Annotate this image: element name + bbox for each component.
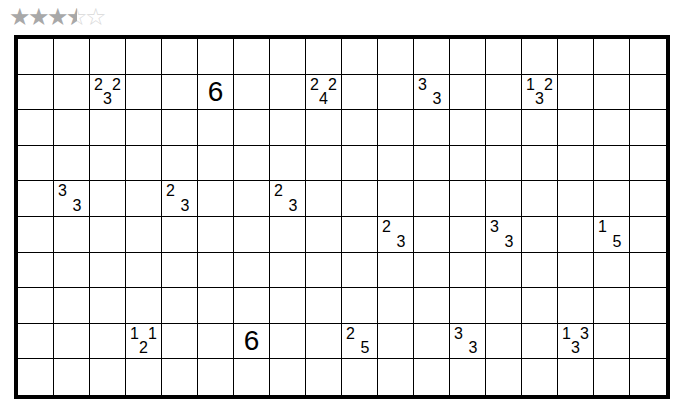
clue-cell: 33 (414, 75, 450, 111)
clue-number: 3 (397, 234, 406, 250)
grid-cell[interactable] (234, 75, 270, 111)
clue-number: 1 (598, 219, 607, 235)
grid-cell[interactable] (486, 288, 522, 324)
grid-cell[interactable] (54, 324, 90, 360)
grid-cell[interactable] (594, 39, 630, 75)
clue-cell: 23 (270, 181, 306, 217)
clue-number: 3 (490, 219, 499, 235)
grid-cell[interactable] (18, 288, 54, 324)
grid-cell[interactable] (522, 324, 558, 360)
grid-cell[interactable] (558, 110, 594, 146)
grid-cell[interactable] (558, 39, 594, 75)
difficulty-rating: ★★★☆★☆ (9, 2, 104, 30)
star-half-icon: ☆★ (66, 3, 85, 30)
grid-cell[interactable] (594, 75, 630, 111)
clue-cell: 6 (198, 75, 234, 111)
grid-cell[interactable] (306, 146, 342, 182)
grid-cell[interactable] (342, 39, 378, 75)
clue-number: 2 (382, 219, 391, 235)
grid-cell[interactable] (90, 217, 126, 253)
grid-cell[interactable] (414, 181, 450, 217)
grid-cell[interactable] (594, 288, 630, 324)
clue-number: 3 (73, 198, 82, 214)
clue-number: 5 (361, 340, 370, 356)
clue-cell: 123 (522, 75, 558, 111)
grid-cell[interactable] (522, 146, 558, 182)
clue-number: 2 (310, 77, 319, 93)
grid-cell[interactable] (18, 217, 54, 253)
clue-number: 3 (418, 77, 427, 93)
grid-cell[interactable] (270, 39, 306, 75)
clue-cell: 23 (378, 217, 414, 253)
clue-number: 3 (535, 91, 544, 107)
grid-cell[interactable] (270, 75, 306, 111)
grid-cell[interactable] (54, 253, 90, 289)
clue-number: 3 (580, 326, 589, 342)
grid-cell[interactable] (486, 324, 522, 360)
grid-cell[interactable] (450, 288, 486, 324)
grid-cell[interactable] (306, 39, 342, 75)
clue-number: 3 (454, 326, 463, 342)
grid-cell[interactable] (126, 217, 162, 253)
grid-cell[interactable] (198, 181, 234, 217)
grid-cell[interactable] (378, 288, 414, 324)
star-full-icon: ★ (28, 3, 47, 30)
grid-cell[interactable] (342, 288, 378, 324)
grid-cell[interactable] (558, 359, 594, 395)
grid-cell[interactable] (234, 288, 270, 324)
grid-cell[interactable] (162, 288, 198, 324)
clue-cell: 23 (162, 181, 198, 217)
grid-cell[interactable] (450, 146, 486, 182)
grid-cell[interactable] (414, 217, 450, 253)
grid-cell[interactable] (378, 39, 414, 75)
grid-cell[interactable] (270, 217, 306, 253)
star-empty-icon: ☆ (85, 3, 104, 30)
grid-cell[interactable] (306, 181, 342, 217)
clue-number: 1 (148, 326, 157, 342)
grid-cell[interactable] (522, 181, 558, 217)
grid-cell[interactable] (594, 146, 630, 182)
clue-number: 2 (94, 77, 103, 93)
grid-cell[interactable] (414, 253, 450, 289)
grid-cell[interactable] (414, 146, 450, 182)
grid-cell[interactable] (450, 217, 486, 253)
grid-cell[interactable] (198, 324, 234, 360)
grid-cell[interactable] (18, 181, 54, 217)
grid-cell[interactable] (378, 253, 414, 289)
grid-cell[interactable] (558, 75, 594, 111)
grid-cell[interactable] (54, 110, 90, 146)
grid-cell[interactable] (18, 253, 54, 289)
clue-number: 3 (103, 91, 112, 107)
grid-cell[interactable] (18, 110, 54, 146)
grid-cell[interactable] (486, 110, 522, 146)
grid-cell[interactable] (90, 324, 126, 360)
grid-cell[interactable] (270, 288, 306, 324)
grid-cell[interactable] (486, 39, 522, 75)
grid-cell[interactable] (54, 359, 90, 395)
grid-cell[interactable] (594, 110, 630, 146)
grid-cell[interactable] (90, 39, 126, 75)
grid-cell[interactable] (630, 288, 666, 324)
clue-number: 3 (58, 183, 67, 199)
grid-cell[interactable] (234, 253, 270, 289)
grid-cell[interactable] (198, 217, 234, 253)
grid-cell[interactable] (198, 359, 234, 395)
grid-cell[interactable] (234, 217, 270, 253)
grid-cell[interactable] (162, 253, 198, 289)
grid-cell[interactable] (54, 288, 90, 324)
grid-cell[interactable] (594, 359, 630, 395)
grid-cell[interactable] (306, 253, 342, 289)
grid-cell[interactable] (306, 110, 342, 146)
grid-cell[interactable] (126, 181, 162, 217)
clue-cell: 6 (234, 324, 270, 360)
grid-cell[interactable] (630, 110, 666, 146)
grid-cell[interactable] (558, 253, 594, 289)
grid-cell[interactable] (630, 217, 666, 253)
grid-cell[interactable] (414, 39, 450, 75)
clue-number: 6 (198, 75, 233, 110)
grid-cell[interactable] (198, 288, 234, 324)
grid-cell[interactable] (414, 110, 450, 146)
clue-cell: 112 (126, 324, 162, 360)
clue-number: 3 (433, 91, 442, 107)
grid-cell[interactable] (522, 39, 558, 75)
grid-cell[interactable] (630, 39, 666, 75)
grid-cell[interactable] (486, 146, 522, 182)
clue-number: 4 (319, 91, 328, 107)
grid-cell[interactable] (54, 217, 90, 253)
grid-cell[interactable] (234, 359, 270, 395)
grid-cell[interactable] (126, 359, 162, 395)
grid-cell[interactable] (126, 110, 162, 146)
clue-number: 1 (526, 77, 535, 93)
tapa-board: 22362243312333232323331511262533133 (14, 35, 670, 399)
clue-number: 2 (139, 340, 148, 356)
grid-cell[interactable] (594, 324, 630, 360)
grid-cell[interactable] (522, 288, 558, 324)
grid-cell[interactable] (342, 181, 378, 217)
clue-number: 3 (181, 198, 190, 214)
grid-cell[interactable] (558, 288, 594, 324)
grid-cell[interactable] (306, 217, 342, 253)
clue-number: 2 (544, 77, 553, 93)
grid-cell[interactable] (630, 324, 666, 360)
grid-cell[interactable] (90, 110, 126, 146)
grid-cell[interactable] (162, 110, 198, 146)
grid-cell[interactable] (342, 75, 378, 111)
grid-cell[interactable] (450, 110, 486, 146)
grid-cell[interactable] (450, 39, 486, 75)
grid-cell[interactable] (270, 110, 306, 146)
grid-cell[interactable] (54, 39, 90, 75)
grid-cell[interactable] (270, 324, 306, 360)
grid-cell[interactable] (18, 146, 54, 182)
grid-cell[interactable] (126, 288, 162, 324)
grid-cell[interactable] (198, 39, 234, 75)
grid-cell[interactable] (198, 253, 234, 289)
grid-cell[interactable] (486, 75, 522, 111)
grid-cell[interactable] (378, 146, 414, 182)
grid-cell[interactable] (630, 359, 666, 395)
grid-cell[interactable] (342, 359, 378, 395)
grid-cell[interactable] (414, 288, 450, 324)
grid-cell[interactable] (378, 181, 414, 217)
grid-cell[interactable] (162, 359, 198, 395)
grid-cell[interactable] (90, 181, 126, 217)
grid-cell[interactable] (90, 146, 126, 182)
grid-cell[interactable] (90, 253, 126, 289)
grid-cell[interactable] (270, 253, 306, 289)
clue-cell: 15 (594, 217, 630, 253)
grid-cell[interactable] (450, 253, 486, 289)
grid-cell[interactable] (306, 324, 342, 360)
grid-cell[interactable] (378, 324, 414, 360)
grid-cell[interactable] (18, 75, 54, 111)
grid-cell[interactable] (90, 359, 126, 395)
grid-cell[interactable] (270, 359, 306, 395)
grid-cell[interactable] (630, 253, 666, 289)
grid-cell[interactable] (162, 75, 198, 111)
clue-number: 3 (469, 340, 478, 356)
clue-number: 1 (130, 326, 139, 342)
grid-cell[interactable] (234, 39, 270, 75)
grid-cell[interactable] (126, 253, 162, 289)
grid-cell[interactable] (234, 146, 270, 182)
grid-cell[interactable] (414, 359, 450, 395)
grid-cell[interactable] (378, 359, 414, 395)
clue-number: 2 (346, 326, 355, 342)
grid-cell[interactable] (234, 110, 270, 146)
grid-cell[interactable] (198, 146, 234, 182)
grid-cell[interactable] (18, 39, 54, 75)
grid-cell[interactable] (306, 359, 342, 395)
grid-cell[interactable] (234, 181, 270, 217)
grid-cell[interactable] (558, 146, 594, 182)
grid-cell[interactable] (342, 253, 378, 289)
clue-cell: 224 (306, 75, 342, 111)
grid-cell[interactable] (54, 75, 90, 111)
grid-cell[interactable] (558, 181, 594, 217)
grid-cell[interactable] (162, 217, 198, 253)
grid-cell[interactable] (162, 324, 198, 360)
clue-number: 2 (112, 77, 121, 93)
clue-number: 3 (571, 340, 580, 356)
grid-cell[interactable] (414, 324, 450, 360)
grid-cell[interactable] (342, 110, 378, 146)
grid-cell[interactable] (126, 146, 162, 182)
grid-cell[interactable] (18, 359, 54, 395)
grid-cell[interactable] (162, 39, 198, 75)
grid-cell[interactable] (630, 75, 666, 111)
star-full-icon: ★ (47, 3, 66, 30)
clue-number: 3 (289, 198, 298, 214)
clue-cell: 33 (486, 217, 522, 253)
grid-cell[interactable] (198, 110, 234, 146)
grid-cell[interactable] (450, 75, 486, 111)
grid-cell[interactable] (126, 75, 162, 111)
grid-cell[interactable] (306, 288, 342, 324)
grid-cell[interactable] (522, 253, 558, 289)
grid-cell[interactable] (90, 288, 126, 324)
grid-cell[interactable] (450, 181, 486, 217)
clue-cell: 33 (54, 181, 90, 217)
star-half-fill: ★ (66, 3, 77, 30)
clue-number: 1 (562, 326, 571, 342)
grid-cell[interactable] (486, 181, 522, 217)
clue-cell: 223 (90, 75, 126, 111)
grid-cell[interactable] (378, 75, 414, 111)
clue-cell: 33 (450, 324, 486, 360)
grid-cell[interactable] (522, 359, 558, 395)
grid-cell[interactable] (126, 39, 162, 75)
grid-cell[interactable] (54, 146, 90, 182)
grid-cell[interactable] (522, 110, 558, 146)
grid-cell[interactable] (522, 217, 558, 253)
grid-cell[interactable] (270, 146, 306, 182)
star-full-icon: ★ (9, 3, 28, 30)
grid-cell[interactable] (486, 359, 522, 395)
grid-cell[interactable] (18, 324, 54, 360)
grid-cell[interactable] (450, 359, 486, 395)
grid-cell[interactable] (342, 146, 378, 182)
clue-number: 2 (328, 77, 337, 93)
grid-cell[interactable] (558, 217, 594, 253)
clue-number: 6 (234, 324, 269, 359)
clue-number: 2 (274, 183, 283, 199)
grid-cell[interactable] (594, 253, 630, 289)
clue-number: 5 (613, 234, 622, 250)
grid-cell[interactable] (342, 217, 378, 253)
grid-cell[interactable] (630, 146, 666, 182)
grid-cell[interactable] (594, 181, 630, 217)
clue-cell: 25 (342, 324, 378, 360)
clue-number: 3 (505, 234, 514, 250)
grid-cell[interactable] (378, 110, 414, 146)
grid-cell[interactable] (630, 181, 666, 217)
grid-cell[interactable] (162, 146, 198, 182)
clue-cell: 133 (558, 324, 594, 360)
grid-cell[interactable] (486, 253, 522, 289)
clue-number: 2 (166, 183, 175, 199)
